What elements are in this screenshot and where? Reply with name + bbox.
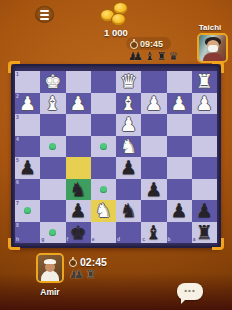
square-b5[interactable] (167, 157, 192, 179)
square-a2[interactable]: ♟ (192, 93, 217, 115)
square-f2[interactable]: ♟ (66, 93, 91, 115)
square-b2[interactable]: ♟ (167, 93, 192, 115)
rank-label-6: 6 (16, 180, 19, 185)
square-e5[interactable] (91, 157, 116, 179)
square-a4[interactable] (192, 136, 217, 158)
square-g4[interactable] (40, 136, 65, 158)
square-d2[interactable]: ♝ (116, 93, 141, 115)
piece-black-k[interactable]: ♚ (66, 222, 91, 244)
square-g3[interactable] (40, 114, 65, 136)
square-e2[interactable] (91, 93, 116, 115)
piece-white-n[interactable]: ♞ (91, 200, 116, 222)
piece-white-p[interactable]: ♟ (66, 93, 91, 115)
square-d1[interactable]: ♛ (116, 71, 141, 93)
square-f8[interactable]: f♚ (66, 222, 91, 244)
piece-white-k[interactable]: ♚ (40, 71, 65, 93)
square-e6[interactable] (91, 179, 116, 201)
square-c2[interactable]: ♟ (141, 93, 166, 115)
rank-label-2: 2 (16, 94, 19, 99)
square-g8[interactable]: g (40, 222, 65, 244)
square-f1[interactable] (66, 71, 91, 93)
square-c4[interactable] (141, 136, 166, 158)
opponent-captured-pieces: ♟♟♝♜♛ (128, 51, 178, 62)
square-d7[interactable]: ♞ (116, 200, 141, 222)
square-g7[interactable] (40, 200, 65, 222)
square-c5[interactable] (141, 157, 166, 179)
square-e7[interactable]: ♞ (91, 200, 116, 222)
captured-piece-r: ♜ (86, 269, 96, 280)
square-b4[interactable] (167, 136, 192, 158)
square-e1[interactable] (91, 71, 116, 93)
square-h6[interactable]: 6 (15, 179, 40, 201)
square-f7[interactable]: ♟ (66, 200, 91, 222)
coin-icon (111, 13, 126, 26)
captured-piece-p: ♟ (74, 269, 84, 280)
square-d6[interactable] (116, 179, 141, 201)
piece-black-b[interactable]: ♝ (141, 222, 166, 244)
file-label-a: a (193, 237, 196, 242)
square-b1[interactable] (167, 71, 192, 93)
menu-button[interactable] (35, 6, 54, 23)
piece-white-r[interactable]: ♜ (192, 71, 217, 93)
piece-black-p[interactable]: ♟ (192, 200, 217, 222)
square-h2[interactable]: 2♟ (15, 93, 40, 115)
square-b7[interactable]: ♟ (167, 200, 192, 222)
legal-move-dot[interactable] (100, 186, 107, 193)
square-h5[interactable]: 5♟ (15, 157, 40, 179)
square-b3[interactable] (167, 114, 192, 136)
player-captured-pieces: ♟♟♜ (69, 269, 96, 280)
captured-piece-p: ♟ (133, 51, 143, 62)
captured-piece-r: ♜ (157, 51, 167, 62)
stopwatch-icon (69, 257, 78, 267)
square-a8[interactable]: a♜ (192, 222, 217, 244)
square-a1[interactable]: ♜ (192, 71, 217, 93)
captured-piece-b: ♝ (145, 51, 155, 62)
rank-label-5: 5 (16, 158, 19, 163)
piece-white-b[interactable]: ♝ (116, 93, 141, 115)
square-d3[interactable]: ♟ (116, 114, 141, 136)
legal-move-dot[interactable] (24, 207, 31, 214)
stopwatch-icon (130, 39, 139, 49)
file-label-e: e (92, 237, 95, 242)
rank-label-8: 8 (16, 223, 19, 228)
square-d5[interactable]: ♟ (116, 157, 141, 179)
square-g2[interactable]: ♝ (40, 93, 65, 115)
piece-white-q[interactable]: ♛ (116, 71, 141, 93)
piece-black-p[interactable]: ♟ (116, 157, 141, 179)
piece-black-p[interactable]: ♟ (66, 200, 91, 222)
square-a7[interactable]: ♟ (192, 200, 217, 222)
square-c1[interactable] (141, 71, 166, 93)
square-c8[interactable]: c♝ (141, 222, 166, 244)
file-label-b: b (168, 237, 171, 242)
square-e4[interactable] (91, 136, 116, 158)
square-a6[interactable] (192, 179, 217, 201)
player-clock: 02:45 (80, 256, 107, 268)
piece-black-n[interactable]: ♞ (116, 200, 141, 222)
piece-black-p[interactable]: ♟ (167, 200, 192, 222)
rank-label-1: 1 (16, 72, 19, 77)
square-f5[interactable] (66, 157, 91, 179)
chat-dots-icon: ••• (184, 286, 195, 295)
square-g1[interactable]: ♚ (40, 71, 65, 93)
square-h7[interactable]: 7 (15, 200, 40, 222)
square-d8[interactable]: d (116, 222, 141, 244)
piece-white-p[interactable]: ♟ (192, 93, 217, 115)
square-c3[interactable] (141, 114, 166, 136)
board-grid: 1♚♛♜2♟♝♟♝♟♟♟3♟4♞5♟♟6♞♟7♟♞♞♟♟8hgf♚edc♝ba♜ (15, 71, 217, 243)
square-f6[interactable]: ♞ (66, 179, 91, 201)
rank-label-3: 3 (16, 115, 19, 120)
file-label-g: g (41, 237, 44, 242)
file-label-f: f (67, 237, 69, 242)
opponent-name: Taichi (188, 23, 232, 32)
piece-white-p[interactable]: ♟ (167, 93, 192, 115)
piece-white-b[interactable]: ♝ (40, 93, 65, 115)
legal-move-dot[interactable] (49, 229, 56, 236)
square-a3[interactable] (192, 114, 217, 136)
file-label-h: h (16, 237, 19, 242)
square-e3[interactable] (91, 114, 116, 136)
rank-label-7: 7 (16, 201, 19, 206)
piece-black-n[interactable]: ♞ (66, 179, 91, 201)
opponent-avatar[interactable] (197, 33, 228, 63)
player-name: Amir (28, 287, 72, 297)
square-g5[interactable] (40, 157, 65, 179)
square-h1[interactable]: 1 (15, 71, 40, 93)
opponent-clock: 09:45 (140, 39, 163, 49)
square-c6[interactable]: ♟ (141, 179, 166, 201)
file-label-c: c (142, 237, 145, 242)
square-f4[interactable] (66, 136, 91, 158)
file-label-d: d (117, 237, 120, 242)
square-e8[interactable]: e (91, 222, 116, 244)
square-b6[interactable] (167, 179, 192, 201)
legal-move-dot[interactable] (100, 143, 107, 150)
piece-white-n[interactable]: ♞ (116, 136, 141, 158)
chat-button[interactable]: ••• (177, 283, 203, 300)
square-h3[interactable]: 3 (15, 114, 40, 136)
piece-white-p[interactable]: ♟ (116, 114, 141, 136)
square-h8[interactable]: 8h (15, 222, 40, 244)
square-c7[interactable] (141, 200, 166, 222)
game-screen: 1 000 Taichi 09:45 ♟♟♝♜♛ 1♚♛♜2♟♝♟♝♟♟♟3♟4… (0, 0, 232, 310)
hamburger-icon (40, 10, 49, 12)
square-d4[interactable]: ♞ (116, 136, 141, 158)
square-f3[interactable] (66, 114, 91, 136)
coins-button[interactable] (98, 2, 136, 28)
square-a5[interactable] (192, 157, 217, 179)
player-avatar[interactable] (36, 253, 64, 283)
square-b8[interactable]: b (167, 222, 192, 244)
legal-move-dot[interactable] (49, 143, 56, 150)
rank-label-4: 4 (16, 137, 19, 142)
square-h4[interactable]: 4 (15, 136, 40, 158)
piece-black-p[interactable]: ♟ (141, 179, 166, 201)
captured-piece-q: ♛ (169, 51, 179, 62)
piece-white-p[interactable]: ♟ (141, 93, 166, 115)
square-g6[interactable] (40, 179, 65, 201)
